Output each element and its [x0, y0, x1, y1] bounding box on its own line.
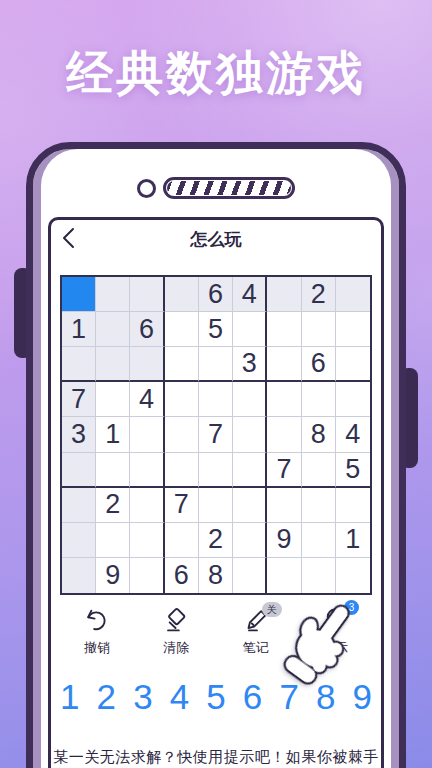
phone-mockup: 怎么玩 6421653674317847527291968 撤销 清除 — [26, 142, 406, 768]
cell-r6c9[interactable]: 5 — [336, 453, 370, 488]
cell-r2c1[interactable]: 1 — [62, 312, 96, 347]
numpad-3[interactable]: 3 — [133, 679, 152, 714]
numpad-6[interactable]: 6 — [243, 679, 262, 714]
cell-r1c3[interactable] — [130, 277, 164, 312]
cell-r4c1[interactable]: 7 — [62, 382, 96, 417]
cell-r2c8[interactable] — [302, 312, 336, 347]
cell-r6c5[interactable] — [199, 453, 233, 488]
cell-r4c9[interactable] — [336, 382, 370, 417]
cell-r4c2[interactable] — [96, 382, 130, 417]
cell-r7c1[interactable] — [62, 488, 96, 523]
cell-r5c5[interactable]: 7 — [199, 417, 233, 452]
cell-r5c8[interactable]: 8 — [302, 417, 336, 452]
cell-r8c9[interactable]: 1 — [336, 523, 370, 558]
cell-r2c3[interactable]: 6 — [130, 312, 164, 347]
cell-r6c7[interactable]: 7 — [267, 453, 301, 488]
cell-r8c4[interactable] — [165, 523, 199, 558]
cell-r8c6[interactable] — [233, 523, 267, 558]
cell-r3c3[interactable] — [130, 347, 164, 382]
undo-icon — [82, 606, 112, 636]
cell-r9c3[interactable] — [130, 558, 164, 593]
cell-r5c9[interactable]: 4 — [336, 417, 370, 452]
cell-r8c7[interactable]: 9 — [267, 523, 301, 558]
cell-r4c3[interactable]: 4 — [130, 382, 164, 417]
cell-r6c1[interactable] — [62, 453, 96, 488]
cell-r9c7[interactable] — [267, 558, 301, 593]
cell-r6c6[interactable] — [233, 453, 267, 488]
cell-r9c1[interactable] — [62, 558, 96, 593]
cell-r4c8[interactable] — [302, 382, 336, 417]
undo-label: 撤销 — [84, 639, 110, 657]
cell-r4c7[interactable] — [267, 382, 301, 417]
cell-r8c8[interactable] — [302, 523, 336, 558]
app-screen: 怎么玩 6421653674317847527291968 撤销 清除 — [48, 217, 384, 768]
cell-r1c7[interactable] — [267, 277, 301, 312]
cell-r6c4[interactable] — [165, 453, 199, 488]
cell-r7c8[interactable] — [302, 488, 336, 523]
cell-r2c4[interactable] — [165, 312, 199, 347]
notes-off-badge: 关 — [262, 602, 282, 617]
clear-button[interactable]: 清除 — [144, 606, 208, 657]
cell-r8c5[interactable]: 2 — [199, 523, 233, 558]
cell-r5c7[interactable] — [267, 417, 301, 452]
numpad-2[interactable]: 2 — [97, 679, 116, 714]
camera-icon — [137, 179, 156, 198]
cell-r3c1[interactable] — [62, 347, 96, 382]
undo-button[interactable]: 撤销 — [65, 606, 129, 657]
cell-r7c4[interactable]: 7 — [165, 488, 199, 523]
app-header: 怎么玩 — [51, 220, 381, 260]
cell-r1c8[interactable]: 2 — [302, 277, 336, 312]
cell-r7c3[interactable] — [130, 488, 164, 523]
cell-r2c5[interactable]: 5 — [199, 312, 233, 347]
cell-r1c9[interactable] — [336, 277, 370, 312]
cell-r6c3[interactable] — [130, 453, 164, 488]
cell-r2c2[interactable] — [96, 312, 130, 347]
cell-r8c3[interactable] — [130, 523, 164, 558]
cell-r7c2[interactable]: 2 — [96, 488, 130, 523]
cell-r3c9[interactable] — [336, 347, 370, 382]
cell-r1c5[interactable]: 6 — [199, 277, 233, 312]
cell-r4c6[interactable] — [233, 382, 267, 417]
numpad-5[interactable]: 5 — [206, 679, 225, 714]
cell-r3c8[interactable]: 6 — [302, 347, 336, 382]
sudoku-board: 6421653674317847527291968 — [60, 275, 372, 595]
page-title: 经典数独游戏 — [0, 42, 432, 105]
cell-r3c7[interactable] — [267, 347, 301, 382]
cell-r1c1[interactable] — [62, 277, 96, 312]
cell-r7c9[interactable] — [336, 488, 370, 523]
cell-r3c5[interactable] — [199, 347, 233, 382]
cell-r3c2[interactable] — [96, 347, 130, 382]
cell-r7c7[interactable] — [267, 488, 301, 523]
cell-r7c6[interactable] — [233, 488, 267, 523]
cell-r5c1[interactable]: 3 — [62, 417, 96, 452]
cell-r6c8[interactable] — [302, 453, 336, 488]
eraser-icon — [161, 606, 191, 636]
numpad-4[interactable]: 4 — [170, 679, 189, 714]
cell-r1c2[interactable] — [96, 277, 130, 312]
cell-r5c2[interactable]: 1 — [96, 417, 130, 452]
cell-r9c6[interactable] — [233, 558, 267, 593]
cell-r1c6[interactable]: 4 — [233, 277, 267, 312]
cell-r7c5[interactable] — [199, 488, 233, 523]
cell-r4c4[interactable] — [165, 382, 199, 417]
cell-r2c9[interactable] — [336, 312, 370, 347]
numpad-1[interactable]: 1 — [60, 679, 79, 714]
cell-r2c7[interactable] — [267, 312, 301, 347]
cell-r2c6[interactable] — [233, 312, 267, 347]
cell-r1c4[interactable] — [165, 277, 199, 312]
numpad-7[interactable]: 7 — [279, 679, 298, 714]
cell-r5c4[interactable] — [165, 417, 199, 452]
cell-r9c4[interactable]: 6 — [165, 558, 199, 593]
cell-r9c2[interactable]: 9 — [96, 558, 130, 593]
screen-title: 怎么玩 — [51, 228, 381, 251]
cell-r8c1[interactable] — [62, 523, 96, 558]
cell-r9c9[interactable] — [336, 558, 370, 593]
speaker-grille-icon — [163, 177, 295, 199]
clear-label: 清除 — [163, 639, 189, 657]
cell-r3c6[interactable]: 3 — [233, 347, 267, 382]
cell-r9c5[interactable]: 8 — [199, 558, 233, 593]
cell-r5c6[interactable] — [233, 417, 267, 452]
numpad-9[interactable]: 9 — [353, 679, 372, 714]
cell-r4c5[interactable] — [199, 382, 233, 417]
tip-text: 某一关无法求解？快使用提示吧！如果你被棘手的 — [51, 748, 381, 768]
cell-r3c4[interactable] — [165, 347, 199, 382]
cell-r6c2[interactable] — [96, 453, 130, 488]
cell-r8c2[interactable] — [96, 523, 130, 558]
cell-r5c3[interactable] — [130, 417, 164, 452]
